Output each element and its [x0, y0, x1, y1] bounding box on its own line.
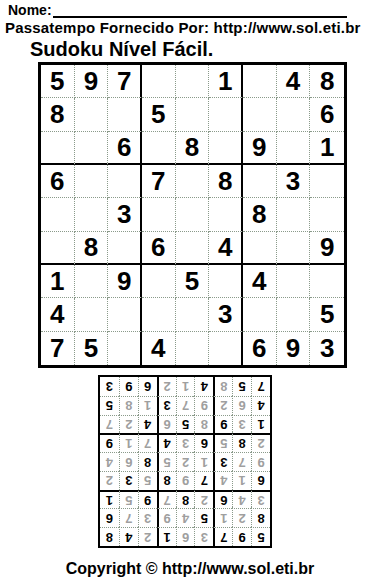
- puzzle-cell-r6c8[interactable]: [277, 232, 311, 265]
- copyright-text: Copyright © http://www.sol.eti.br: [0, 560, 380, 578]
- puzzle-cell-r1c9[interactable]: 8: [310, 65, 344, 98]
- solution-cell-r6c2: 8: [232, 433, 251, 452]
- solution-cell-r8c1: 4: [251, 396, 270, 415]
- solution-cell-r9c9: 3: [100, 377, 119, 396]
- solution-cell-r7c5: 5: [176, 415, 195, 434]
- solution-cell-r4c7: 5: [138, 471, 157, 490]
- solution-cell-r7c4: 8: [194, 415, 213, 434]
- puzzle-cell-r3c2[interactable]: [75, 132, 109, 165]
- puzzle-cell-r9c4[interactable]: 4: [142, 332, 176, 365]
- solution-cell-r2c7: 3: [138, 508, 157, 527]
- solution-cell-r7c6: 6: [157, 415, 176, 434]
- puzzle-cell-r3c8[interactable]: [277, 132, 311, 165]
- puzzle-cell-r3c6[interactable]: [209, 132, 243, 165]
- solution-cell-r8c6: 3: [157, 396, 176, 415]
- solution-cell-r5c2: 7: [232, 452, 251, 471]
- puzzle-cell-r2c6[interactable]: [209, 98, 243, 131]
- solution-cell-r2c1: 8: [251, 508, 270, 527]
- puzzle-cell-r6c6[interactable]: 4: [209, 232, 243, 265]
- solution-cell-r6c4: 6: [194, 433, 213, 452]
- solution-cell-r3c9: 1: [100, 490, 119, 509]
- puzzle-cell-r2c7[interactable]: [243, 98, 277, 131]
- puzzle-cell-r4c8[interactable]: 3: [277, 165, 311, 198]
- puzzle-cell-r4c9[interactable]: [310, 165, 344, 198]
- solution-cell-r7c3: 9: [213, 415, 232, 434]
- solution-cell-r4c5: 9: [176, 471, 195, 490]
- puzzle-cell-r7c8[interactable]: [277, 265, 311, 298]
- solution-cell-r4c1: 6: [251, 471, 270, 490]
- provider-line: Passatempo Fornecido Por: http://www.sol…: [5, 19, 361, 36]
- puzzle-cell-r4c5[interactable]: [176, 165, 210, 198]
- puzzle-cell-r3c9[interactable]: 1: [310, 132, 344, 165]
- puzzle-cell-r3c4[interactable]: [142, 132, 176, 165]
- puzzle-cell-r7c6[interactable]: [209, 265, 243, 298]
- puzzle-cell-r8c6[interactable]: 3: [209, 298, 243, 331]
- solution-cell-r9c4: 4: [194, 377, 213, 396]
- puzzle-cell-r1c8[interactable]: 4: [277, 65, 311, 98]
- puzzle-cell-r2c3[interactable]: [108, 98, 142, 131]
- puzzle-cell-r8c5[interactable]: [176, 298, 210, 331]
- name-fill-in-line[interactable]: [53, 2, 347, 18]
- solution-cell-r3c2: 4: [232, 490, 251, 509]
- solution-cell-r2c8: 7: [119, 508, 138, 527]
- solution-cell-r5c9: 4: [100, 452, 119, 471]
- solution-cell-r3c8: 5: [119, 490, 138, 509]
- solution-cell-r3c6: 7: [157, 490, 176, 509]
- solution-cell-r4c9: 2: [100, 471, 119, 490]
- puzzle-cell-r8c8[interactable]: [277, 298, 311, 331]
- puzzle-cell-r8c1[interactable]: 4: [41, 298, 75, 331]
- solution-cell-r4c3: 4: [213, 471, 232, 490]
- puzzle-cell-r6c4[interactable]: 6: [142, 232, 176, 265]
- solution-cell-r5c8: 6: [119, 452, 138, 471]
- puzzle-cell-r2c2[interactable]: [75, 98, 109, 131]
- solution-cell-r7c2: 3: [232, 415, 251, 434]
- puzzle-cell-r3c7[interactable]: 9: [243, 132, 277, 165]
- solution-cell-r1c3: 7: [213, 527, 232, 546]
- solution-cell-r7c1: 1: [251, 415, 270, 434]
- puzzle-cell-r1c4[interactable]: [142, 65, 176, 98]
- solution-cell-r5c5: 2: [176, 452, 195, 471]
- solution-cell-r4c2: 1: [232, 471, 251, 490]
- puzzle-cell-r8c7[interactable]: [243, 298, 277, 331]
- solution-cell-r6c7: 7: [138, 433, 157, 452]
- puzzle-cell-r2c5[interactable]: [176, 98, 210, 131]
- solution-cell-r9c5: 1: [176, 377, 195, 396]
- puzzle-cell-r5c1[interactable]: [41, 198, 75, 231]
- puzzle-cell-r6c3[interactable]: [108, 232, 142, 265]
- puzzle-cell-r5c6[interactable]: [209, 198, 243, 231]
- puzzle-cell-r6c7[interactable]: [243, 232, 277, 265]
- puzzle-cell-r7c5[interactable]: 5: [176, 265, 210, 298]
- solution-cell-r9c3: 8: [213, 377, 232, 396]
- solution-cell-r2c6: 9: [157, 508, 176, 527]
- puzzle-cell-r1c6[interactable]: 1: [209, 65, 243, 98]
- puzzle-cell-r4c3[interactable]: [108, 165, 142, 198]
- solution-cell-r6c9: 9: [100, 433, 119, 452]
- solution-cell-r1c4: 3: [194, 527, 213, 546]
- puzzle-cell-r4c1[interactable]: 6: [41, 165, 75, 198]
- puzzle-cell-r1c2[interactable]: 9: [75, 65, 109, 98]
- puzzle-cell-r6c2[interactable]: 8: [75, 232, 109, 265]
- puzzle-cell-r8c3[interactable]: [108, 298, 142, 331]
- solution-cell-r1c7: 2: [138, 527, 157, 546]
- puzzle-cell-r7c3[interactable]: 9: [108, 265, 142, 298]
- solution-cell-r3c4: 2: [194, 490, 213, 509]
- puzzle-cell-r9c6[interactable]: [209, 332, 243, 365]
- puzzle-cell-r9c9[interactable]: 3: [310, 332, 344, 365]
- page-title: Sudoku Nível Fácil.: [30, 38, 213, 61]
- solution-cell-r3c5: 8: [176, 490, 195, 509]
- puzzle-cell-r3c1[interactable]: [41, 132, 75, 165]
- puzzle-cell-r3c5[interactable]: 8: [176, 132, 210, 165]
- solution-cell-r5c1: 9: [251, 452, 270, 471]
- puzzle-cell-r4c7[interactable]: [243, 165, 277, 198]
- solution-cell-r2c9: 6: [100, 508, 119, 527]
- puzzle-cell-r5c8[interactable]: [277, 198, 311, 231]
- puzzle-cell-r9c5[interactable]: [176, 332, 210, 365]
- solution-cell-r3c1: 3: [251, 490, 270, 509]
- puzzle-cell-r6c5[interactable]: [176, 232, 210, 265]
- solution-cell-r1c2: 9: [232, 527, 251, 546]
- solution-cell-r8c8: 8: [119, 396, 138, 415]
- puzzle-cell-r5c9[interactable]: [310, 198, 344, 231]
- puzzle-cell-r2c8[interactable]: [277, 98, 311, 131]
- puzzle-cell-r5c2[interactable]: [75, 198, 109, 231]
- puzzle-cell-r9c7[interactable]: 6: [243, 332, 277, 365]
- solution-cell-r8c9: 5: [100, 396, 119, 415]
- solution-cell-r8c3: 2: [213, 396, 232, 415]
- solution-cell-r5c3: 3: [213, 452, 232, 471]
- solution-cell-r4c4: 7: [194, 471, 213, 490]
- puzzle-cell-r1c5[interactable]: [176, 65, 210, 98]
- solution-cell-r7c8: 2: [119, 415, 138, 434]
- solution-cell-r2c2: 2: [232, 508, 251, 527]
- solution-cell-r2c3: 1: [213, 508, 232, 527]
- solution-cell-r9c1: 7: [251, 377, 270, 396]
- puzzle-cell-r2c4[interactable]: 5: [142, 98, 176, 131]
- solution-cell-r4c6: 8: [157, 471, 176, 490]
- puzzle-cell-r7c9[interactable]: [310, 265, 344, 298]
- solution-cell-r9c8: 9: [119, 377, 138, 396]
- solution-cell-r6c8: 1: [119, 433, 138, 452]
- puzzle-cell-r4c6[interactable]: 8: [209, 165, 243, 198]
- puzzle-cell-r6c1[interactable]: [41, 232, 75, 265]
- puzzle-cell-r8c4[interactable]: [142, 298, 176, 331]
- puzzle-cell-r9c1[interactable]: 7: [41, 332, 75, 365]
- solution-cell-r2c5: 4: [176, 508, 195, 527]
- puzzle-cell-r1c3[interactable]: 7: [108, 65, 142, 98]
- puzzle-cell-r9c8[interactable]: 9: [277, 332, 311, 365]
- solution-cell-r6c6: 4: [157, 433, 176, 452]
- puzzle-cell-r9c3[interactable]: [108, 332, 142, 365]
- puzzle-cell-r1c7[interactable]: [243, 65, 277, 98]
- solution-cell-r1c9: 8: [100, 527, 119, 546]
- sudoku-solution-grid-rotated: 5973612488215493763462879516147985329731…: [98, 375, 272, 548]
- sudoku-puzzle-grid: 597148856689167833886491954435754693: [38, 62, 347, 368]
- name-label: Nome:: [8, 2, 52, 18]
- solution-cell-r9c2: 5: [232, 377, 251, 396]
- puzzle-cell-r5c3[interactable]: 3: [108, 198, 142, 231]
- solution-cell-r1c5: 6: [176, 527, 195, 546]
- puzzle-cell-r8c9[interactable]: 5: [310, 298, 344, 331]
- name-row: Nome:: [8, 2, 347, 18]
- puzzle-cell-r7c1[interactable]: 1: [41, 265, 75, 298]
- solution-cell-r2c4: 5: [194, 508, 213, 527]
- puzzle-cell-r4c4[interactable]: 7: [142, 165, 176, 198]
- solution-cell-r8c5: 7: [176, 396, 195, 415]
- puzzle-cell-r1c1[interactable]: 5: [41, 65, 75, 98]
- solution-cell-r1c8: 4: [119, 527, 138, 546]
- solution-cell-r3c3: 6: [213, 490, 232, 509]
- solution-cell-r1c1: 5: [251, 527, 270, 546]
- solution-cell-r6c3: 5: [213, 433, 232, 452]
- puzzle-cell-r2c1[interactable]: 8: [41, 98, 75, 131]
- puzzle-cell-r7c4[interactable]: [142, 265, 176, 298]
- solution-cell-r5c7: 8: [138, 452, 157, 471]
- solution-cell-r4c8: 3: [119, 471, 138, 490]
- puzzle-cell-r5c7[interactable]: 8: [243, 198, 277, 231]
- puzzle-cell-r3c3[interactable]: 6: [108, 132, 142, 165]
- puzzle-cell-r7c2[interactable]: [75, 265, 109, 298]
- solution-cell-r5c6: 5: [157, 452, 176, 471]
- puzzle-cell-r5c5[interactable]: [176, 198, 210, 231]
- puzzle-cell-r4c2[interactable]: [75, 165, 109, 198]
- puzzle-cell-r9c2[interactable]: 5: [75, 332, 109, 365]
- solution-cell-r8c2: 6: [232, 396, 251, 415]
- puzzle-cell-r5c4[interactable]: [142, 198, 176, 231]
- solution-cell-r1c6: 1: [157, 527, 176, 546]
- puzzle-cell-r2c9[interactable]: 6: [310, 98, 344, 131]
- solution-cell-r8c4: 9: [194, 396, 213, 415]
- solution-cell-r7c9: 7: [100, 415, 119, 434]
- puzzle-cell-r7c7[interactable]: 4: [243, 265, 277, 298]
- solution-cell-r7c7: 4: [138, 415, 157, 434]
- solution-cell-r6c1: 2: [251, 433, 270, 452]
- puzzle-cell-r8c2[interactable]: [75, 298, 109, 331]
- solution-cell-r3c7: 9: [138, 490, 157, 509]
- solution-cell-r5c4: 1: [194, 452, 213, 471]
- solution-cell-r8c7: 1: [138, 396, 157, 415]
- solution-cell-r9c7: 6: [138, 377, 157, 396]
- solution-cell-r6c5: 3: [176, 433, 195, 452]
- solution-cell-r9c6: 2: [157, 377, 176, 396]
- puzzle-cell-r6c9[interactable]: 9: [310, 232, 344, 265]
